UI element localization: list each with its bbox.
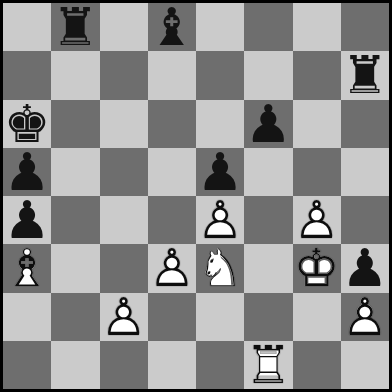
square-b5[interactable] [51,148,99,196]
square-h4[interactable] [341,196,389,244]
square-b1[interactable] [51,341,99,389]
black-pawn[interactable]: ♟ [196,148,244,196]
square-e1[interactable] [196,341,244,389]
black-rook-glyph: ♜ [341,51,389,99]
square-e7[interactable] [196,51,244,99]
square-h7[interactable]: ♜ [341,51,389,99]
square-g5[interactable] [293,148,341,196]
white-rook[interactable]: ♜♖ [244,341,292,389]
square-b3[interactable] [51,244,99,292]
square-c3[interactable] [100,244,148,292]
square-d6[interactable] [148,100,196,148]
white-knight-outline: ♘ [196,244,244,292]
square-a2[interactable] [3,293,51,341]
square-h1[interactable] [341,341,389,389]
black-rook[interactable]: ♜ [51,3,99,51]
square-e8[interactable] [196,3,244,51]
square-f7[interactable] [244,51,292,99]
square-a5[interactable]: ♟ [3,148,51,196]
square-f1[interactable]: ♜♖ [244,341,292,389]
black-pawn[interactable]: ♟ [244,100,292,148]
black-pawn-glyph: ♟ [244,100,292,148]
chess-board: ♜♝♜♚♟♟♟♟♟♙♟♙♝♗♟♙♞♘♚♔♟♟♙♟♙♜♖ [3,3,389,389]
white-king[interactable]: ♚♔ [293,244,341,292]
square-c4[interactable] [100,196,148,244]
white-pawn-outline: ♙ [293,196,341,244]
square-b6[interactable] [51,100,99,148]
square-a3[interactable]: ♝♗ [3,244,51,292]
square-h3[interactable]: ♟ [341,244,389,292]
black-pawn-glyph: ♟ [3,196,51,244]
white-bishop[interactable]: ♝♗ [3,244,51,292]
square-g8[interactable] [293,3,341,51]
square-d8[interactable]: ♝ [148,3,196,51]
white-rook-outline: ♖ [244,341,292,389]
black-pawn[interactable]: ♟ [3,196,51,244]
white-bishop-outline: ♗ [3,244,51,292]
white-pawn-outline: ♙ [341,293,389,341]
square-h2[interactable]: ♟♙ [341,293,389,341]
square-h6[interactable] [341,100,389,148]
square-a6[interactable]: ♚ [3,100,51,148]
square-c8[interactable] [100,3,148,51]
square-f6[interactable]: ♟ [244,100,292,148]
white-pawn[interactable]: ♟♙ [196,196,244,244]
square-f4[interactable] [244,196,292,244]
black-rook-glyph: ♜ [51,3,99,51]
square-a4[interactable]: ♟ [3,196,51,244]
square-f3[interactable] [244,244,292,292]
square-d1[interactable] [148,341,196,389]
square-d4[interactable] [148,196,196,244]
white-pawn-outline: ♙ [196,196,244,244]
square-d3[interactable]: ♟♙ [148,244,196,292]
white-pawn[interactable]: ♟♙ [341,293,389,341]
square-g2[interactable] [293,293,341,341]
square-h8[interactable] [341,3,389,51]
black-pawn-glyph: ♟ [196,148,244,196]
square-e3[interactable]: ♞♘ [196,244,244,292]
white-pawn[interactable]: ♟♙ [293,196,341,244]
square-e2[interactable] [196,293,244,341]
square-e4[interactable]: ♟♙ [196,196,244,244]
square-g6[interactable] [293,100,341,148]
black-pawn[interactable]: ♟ [341,244,389,292]
square-f2[interactable] [244,293,292,341]
square-d2[interactable] [148,293,196,341]
black-pawn-glyph: ♟ [3,148,51,196]
square-b4[interactable] [51,196,99,244]
square-c1[interactable] [100,341,148,389]
square-a7[interactable] [3,51,51,99]
square-a8[interactable] [3,3,51,51]
square-b8[interactable]: ♜ [51,3,99,51]
square-c2[interactable]: ♟♙ [100,293,148,341]
square-d7[interactable] [148,51,196,99]
black-rook[interactable]: ♜ [341,51,389,99]
square-d5[interactable] [148,148,196,196]
square-c5[interactable] [100,148,148,196]
square-c7[interactable] [100,51,148,99]
square-h5[interactable] [341,148,389,196]
square-g4[interactable]: ♟♙ [293,196,341,244]
black-pawn[interactable]: ♟ [3,148,51,196]
white-pawn-outline: ♙ [100,293,148,341]
square-e5[interactable]: ♟ [196,148,244,196]
square-b2[interactable] [51,293,99,341]
white-pawn-outline: ♙ [148,244,196,292]
black-pawn-glyph: ♟ [341,244,389,292]
white-knight[interactable]: ♞♘ [196,244,244,292]
chess-board-frame: ♜♝♜♚♟♟♟♟♟♙♟♙♝♗♟♙♞♘♚♔♟♟♙♟♙♜♖ [0,0,392,392]
square-f5[interactable] [244,148,292,196]
square-b7[interactable] [51,51,99,99]
square-e6[interactable] [196,100,244,148]
black-bishop-glyph: ♝ [148,3,196,51]
square-f8[interactable] [244,3,292,51]
square-g7[interactable] [293,51,341,99]
white-pawn[interactable]: ♟♙ [148,244,196,292]
white-king-outline: ♔ [293,244,341,292]
square-a1[interactable] [3,341,51,389]
white-pawn[interactable]: ♟♙ [100,293,148,341]
square-g1[interactable] [293,341,341,389]
black-king[interactable]: ♚ [3,100,51,148]
square-g3[interactable]: ♚♔ [293,244,341,292]
black-king-glyph: ♚ [3,100,51,148]
black-bishop[interactable]: ♝ [148,3,196,51]
square-c6[interactable] [100,100,148,148]
